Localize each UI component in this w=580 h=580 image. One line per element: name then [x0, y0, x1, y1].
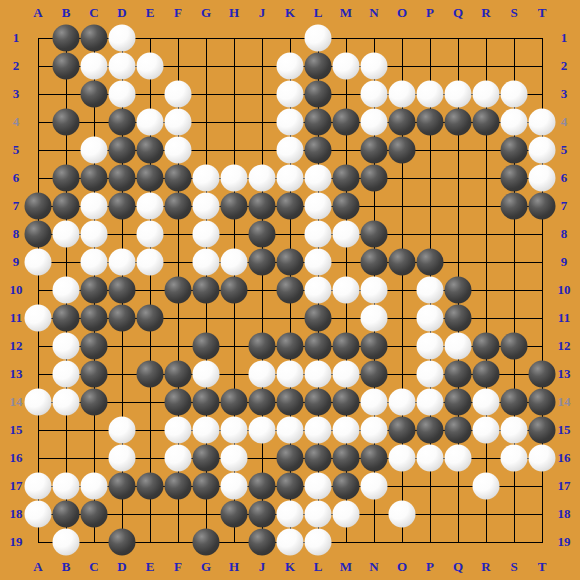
- white-stone-A17[interactable]: [25, 473, 52, 500]
- black-stone-B2[interactable]: [53, 53, 80, 80]
- black-stone-C14[interactable]: [81, 389, 108, 416]
- black-stone-J14[interactable]: [249, 389, 276, 416]
- white-stone-N10[interactable]: [361, 277, 388, 304]
- black-stone-K9[interactable]: [277, 249, 304, 276]
- white-stone-C2[interactable]: [81, 53, 108, 80]
- coordinate-label: P: [416, 6, 444, 20]
- white-stone-E7[interactable]: [137, 193, 164, 220]
- coordinate-label: 2: [2, 59, 30, 73]
- black-stone-O9[interactable]: [389, 249, 416, 276]
- coordinate-label: 12: [2, 339, 30, 353]
- white-stone-J13[interactable]: [249, 361, 276, 388]
- black-stone-C6[interactable]: [81, 165, 108, 192]
- white-stone-Q3[interactable]: [445, 81, 472, 108]
- white-stone-N17[interactable]: [361, 473, 388, 500]
- black-stone-L2[interactable]: [305, 53, 332, 80]
- black-stone-R12[interactable]: [473, 333, 500, 360]
- coordinate-label: Q: [444, 6, 472, 20]
- coordinate-label: K: [276, 560, 304, 574]
- white-stone-G9[interactable]: [193, 249, 220, 276]
- white-stone-M18[interactable]: [333, 501, 360, 528]
- coordinate-label: M: [332, 560, 360, 574]
- white-stone-M13[interactable]: [333, 361, 360, 388]
- coordinate-label: 8: [550, 227, 578, 241]
- white-stone-T16[interactable]: [529, 445, 556, 472]
- black-stone-C10[interactable]: [81, 277, 108, 304]
- black-stone-E11[interactable]: [137, 305, 164, 332]
- coordinate-label: T: [528, 6, 556, 20]
- black-stone-T7[interactable]: [529, 193, 556, 220]
- coordinate-label: G: [192, 560, 220, 574]
- white-stone-S3[interactable]: [501, 81, 528, 108]
- black-stone-J18[interactable]: [249, 501, 276, 528]
- white-stone-P10[interactable]: [417, 277, 444, 304]
- black-stone-Q14[interactable]: [445, 389, 472, 416]
- black-stone-M16[interactable]: [333, 445, 360, 472]
- coordinate-label: S: [500, 6, 528, 20]
- black-stone-J8[interactable]: [249, 221, 276, 248]
- black-stone-F6[interactable]: [165, 165, 192, 192]
- coordinate-label: B: [52, 560, 80, 574]
- black-stone-G17[interactable]: [193, 473, 220, 500]
- coordinate-label: J: [248, 560, 276, 574]
- black-stone-A8[interactable]: [25, 221, 52, 248]
- coordinate-label: F: [164, 560, 192, 574]
- black-stone-P9[interactable]: [417, 249, 444, 276]
- black-stone-K16[interactable]: [277, 445, 304, 472]
- coordinate-label: D: [108, 560, 136, 574]
- coordinate-label: O: [388, 560, 416, 574]
- white-stone-J15[interactable]: [249, 417, 276, 444]
- black-stone-K17[interactable]: [277, 473, 304, 500]
- black-stone-Q15[interactable]: [445, 417, 472, 444]
- coordinate-label: K: [276, 6, 304, 20]
- coordinate-label: 12: [550, 339, 578, 353]
- black-stone-C1[interactable]: [81, 25, 108, 52]
- black-stone-M4[interactable]: [333, 109, 360, 136]
- black-stone-Q11[interactable]: [445, 305, 472, 332]
- coordinate-label: L: [304, 6, 332, 20]
- white-stone-B13[interactable]: [53, 361, 80, 388]
- black-stone-J7[interactable]: [249, 193, 276, 220]
- white-stone-M8[interactable]: [333, 221, 360, 248]
- white-stone-M10[interactable]: [333, 277, 360, 304]
- black-stone-D11[interactable]: [109, 305, 136, 332]
- white-stone-T5[interactable]: [529, 137, 556, 164]
- coordinate-label: D: [108, 6, 136, 20]
- black-stone-F13[interactable]: [165, 361, 192, 388]
- black-stone-G10[interactable]: [193, 277, 220, 304]
- coordinate-label: C: [80, 6, 108, 20]
- black-stone-T15[interactable]: [529, 417, 556, 444]
- coordinate-label: Q: [444, 560, 472, 574]
- black-stone-S14[interactable]: [501, 389, 528, 416]
- black-stone-F10[interactable]: [165, 277, 192, 304]
- black-stone-N12[interactable]: [361, 333, 388, 360]
- black-stone-A7[interactable]: [25, 193, 52, 220]
- white-stone-K3[interactable]: [277, 81, 304, 108]
- white-stone-M2[interactable]: [333, 53, 360, 80]
- black-stone-F7[interactable]: [165, 193, 192, 220]
- black-stone-J9[interactable]: [249, 249, 276, 276]
- white-stone-M15[interactable]: [333, 417, 360, 444]
- white-stone-R17[interactable]: [473, 473, 500, 500]
- black-stone-C3[interactable]: [81, 81, 108, 108]
- white-stone-G13[interactable]: [193, 361, 220, 388]
- coordinate-label: M: [332, 6, 360, 20]
- white-stone-K4[interactable]: [277, 109, 304, 136]
- white-stone-J6[interactable]: [249, 165, 276, 192]
- black-stone-E13[interactable]: [137, 361, 164, 388]
- coordinate-label: 3: [2, 87, 30, 101]
- white-stone-C9[interactable]: [81, 249, 108, 276]
- black-stone-K10[interactable]: [277, 277, 304, 304]
- white-stone-N11[interactable]: [361, 305, 388, 332]
- coordinate-label: R: [472, 6, 500, 20]
- black-stone-M6[interactable]: [333, 165, 360, 192]
- coordinate-label: 5: [2, 143, 30, 157]
- white-stone-N14[interactable]: [361, 389, 388, 416]
- white-stone-P14[interactable]: [417, 389, 444, 416]
- coordinate-label: 17: [550, 479, 578, 493]
- black-stone-S5[interactable]: [501, 137, 528, 164]
- black-stone-L4[interactable]: [305, 109, 332, 136]
- black-stone-G14[interactable]: [193, 389, 220, 416]
- black-stone-F14[interactable]: [165, 389, 192, 416]
- white-stone-P12[interactable]: [417, 333, 444, 360]
- black-stone-O4[interactable]: [389, 109, 416, 136]
- white-stone-K19[interactable]: [277, 529, 304, 556]
- black-stone-H7[interactable]: [221, 193, 248, 220]
- white-stone-E4[interactable]: [137, 109, 164, 136]
- black-stone-D19[interactable]: [109, 529, 136, 556]
- white-stone-H6[interactable]: [221, 165, 248, 192]
- white-stone-P11[interactable]: [417, 305, 444, 332]
- white-stone-D9[interactable]: [109, 249, 136, 276]
- coordinate-label: A: [24, 560, 52, 574]
- white-stone-C8[interactable]: [81, 221, 108, 248]
- coordinate-label: 10: [2, 283, 30, 297]
- black-stone-E6[interactable]: [137, 165, 164, 192]
- black-stone-M7[interactable]: [333, 193, 360, 220]
- white-stone-D3[interactable]: [109, 81, 136, 108]
- coordinate-label: 9: [550, 255, 578, 269]
- black-stone-O5[interactable]: [389, 137, 416, 164]
- white-stone-N4[interactable]: [361, 109, 388, 136]
- coordinate-label: 19: [2, 535, 30, 549]
- white-stone-L6[interactable]: [305, 165, 332, 192]
- white-stone-T4[interactable]: [529, 109, 556, 136]
- white-stone-D2[interactable]: [109, 53, 136, 80]
- black-stone-B6[interactable]: [53, 165, 80, 192]
- white-stone-B10[interactable]: [53, 277, 80, 304]
- black-stone-S6[interactable]: [501, 165, 528, 192]
- black-stone-C13[interactable]: [81, 361, 108, 388]
- white-stone-F5[interactable]: [165, 137, 192, 164]
- black-stone-L16[interactable]: [305, 445, 332, 472]
- coordinate-label: T: [528, 560, 556, 574]
- black-stone-H14[interactable]: [221, 389, 248, 416]
- black-stone-P4[interactable]: [417, 109, 444, 136]
- black-stone-J12[interactable]: [249, 333, 276, 360]
- white-stone-O18[interactable]: [389, 501, 416, 528]
- black-stone-S12[interactable]: [501, 333, 528, 360]
- black-stone-J17[interactable]: [249, 473, 276, 500]
- white-stone-L7[interactable]: [305, 193, 332, 220]
- white-stone-D16[interactable]: [109, 445, 136, 472]
- white-stone-C7[interactable]: [81, 193, 108, 220]
- white-stone-B12[interactable]: [53, 333, 80, 360]
- black-stone-E17[interactable]: [137, 473, 164, 500]
- black-stone-B18[interactable]: [53, 501, 80, 528]
- black-stone-E5[interactable]: [137, 137, 164, 164]
- white-stone-A9[interactable]: [25, 249, 52, 276]
- white-stone-Q12[interactable]: [445, 333, 472, 360]
- white-stone-S4[interactable]: [501, 109, 528, 136]
- white-stone-D15[interactable]: [109, 417, 136, 444]
- black-stone-C18[interactable]: [81, 501, 108, 528]
- black-stone-Q10[interactable]: [445, 277, 472, 304]
- black-stone-N9[interactable]: [361, 249, 388, 276]
- coordinate-label: 13: [2, 367, 30, 381]
- black-stone-M12[interactable]: [333, 333, 360, 360]
- coordinate-label: E: [136, 6, 164, 20]
- black-stone-N5[interactable]: [361, 137, 388, 164]
- white-stone-S15[interactable]: [501, 417, 528, 444]
- black-stone-Q4[interactable]: [445, 109, 472, 136]
- black-stone-G16[interactable]: [193, 445, 220, 472]
- white-stone-G6[interactable]: [193, 165, 220, 192]
- black-stone-K14[interactable]: [277, 389, 304, 416]
- black-stone-J19[interactable]: [249, 529, 276, 556]
- white-stone-K2[interactable]: [277, 53, 304, 80]
- black-stone-T14[interactable]: [529, 389, 556, 416]
- white-stone-N3[interactable]: [361, 81, 388, 108]
- coordinate-label: O: [388, 6, 416, 20]
- white-stone-A11[interactable]: [25, 305, 52, 332]
- white-stone-K13[interactable]: [277, 361, 304, 388]
- go-board[interactable]: ABCDEFGHJKLMNOPQRST ABCDEFGHJKLMNOPQRST …: [0, 0, 580, 580]
- white-stone-L18[interactable]: [305, 501, 332, 528]
- white-stone-E8[interactable]: [137, 221, 164, 248]
- white-stone-G7[interactable]: [193, 193, 220, 220]
- coordinate-label: F: [164, 6, 192, 20]
- black-stone-H18[interactable]: [221, 501, 248, 528]
- coordinate-label: N: [360, 560, 388, 574]
- white-stone-O16[interactable]: [389, 445, 416, 472]
- white-stone-L1[interactable]: [305, 25, 332, 52]
- white-stone-P13[interactable]: [417, 361, 444, 388]
- black-stone-H10[interactable]: [221, 277, 248, 304]
- white-stone-C17[interactable]: [81, 473, 108, 500]
- white-stone-R15[interactable]: [473, 417, 500, 444]
- black-stone-R13[interactable]: [473, 361, 500, 388]
- coordinate-label: 19: [550, 535, 578, 549]
- coordinate-label: E: [136, 560, 164, 574]
- white-stone-C5[interactable]: [81, 137, 108, 164]
- black-stone-G12[interactable]: [193, 333, 220, 360]
- white-stone-P16[interactable]: [417, 445, 444, 472]
- white-stone-L17[interactable]: [305, 473, 332, 500]
- black-stone-B1[interactable]: [53, 25, 80, 52]
- white-stone-L19[interactable]: [305, 529, 332, 556]
- black-stone-K7[interactable]: [277, 193, 304, 220]
- white-stone-F15[interactable]: [165, 417, 192, 444]
- white-stone-R14[interactable]: [473, 389, 500, 416]
- coordinate-label: 1: [2, 31, 30, 45]
- black-stone-N6[interactable]: [361, 165, 388, 192]
- black-stone-L11[interactable]: [305, 305, 332, 332]
- coordinate-label: N: [360, 6, 388, 20]
- coordinate-label: 3: [550, 87, 578, 101]
- black-stone-N8[interactable]: [361, 221, 388, 248]
- black-stone-B11[interactable]: [53, 305, 80, 332]
- coordinate-label: 10: [550, 283, 578, 297]
- white-stone-H17[interactable]: [221, 473, 248, 500]
- black-stone-D10[interactable]: [109, 277, 136, 304]
- black-stone-D4[interactable]: [109, 109, 136, 136]
- coordinate-label: C: [80, 560, 108, 574]
- black-stone-S7[interactable]: [501, 193, 528, 220]
- coordinate-label: 18: [550, 507, 578, 521]
- coordinate-label: R: [472, 560, 500, 574]
- white-stone-N2[interactable]: [361, 53, 388, 80]
- white-stone-F4[interactable]: [165, 109, 192, 136]
- white-stone-L8[interactable]: [305, 221, 332, 248]
- coordinate-label: J: [248, 6, 276, 20]
- coordinate-label: B: [52, 6, 80, 20]
- coordinate-label: P: [416, 560, 444, 574]
- black-stone-D5[interactable]: [109, 137, 136, 164]
- white-stone-L10[interactable]: [305, 277, 332, 304]
- white-stone-A18[interactable]: [25, 501, 52, 528]
- coordinate-label: A: [24, 6, 52, 20]
- black-stone-F17[interactable]: [165, 473, 192, 500]
- black-stone-N13[interactable]: [361, 361, 388, 388]
- white-stone-H9[interactable]: [221, 249, 248, 276]
- white-stone-Q16[interactable]: [445, 445, 472, 472]
- coordinate-label: 1: [550, 31, 578, 45]
- white-stone-O3[interactable]: [389, 81, 416, 108]
- coordinate-label: 15: [2, 423, 30, 437]
- white-stone-L13[interactable]: [305, 361, 332, 388]
- white-stone-F16[interactable]: [165, 445, 192, 472]
- black-stone-C12[interactable]: [81, 333, 108, 360]
- black-stone-O15[interactable]: [389, 417, 416, 444]
- coordinate-label: H: [220, 6, 248, 20]
- white-stone-O14[interactable]: [389, 389, 416, 416]
- white-stone-B19[interactable]: [53, 529, 80, 556]
- coordinate-label: S: [500, 560, 528, 574]
- white-stone-T6[interactable]: [529, 165, 556, 192]
- black-stone-M14[interactable]: [333, 389, 360, 416]
- black-stone-D7[interactable]: [109, 193, 136, 220]
- coordinate-label: 16: [2, 451, 30, 465]
- black-stone-L5[interactable]: [305, 137, 332, 164]
- white-stone-B17[interactable]: [53, 473, 80, 500]
- black-stone-D17[interactable]: [109, 473, 136, 500]
- black-stone-L3[interactable]: [305, 81, 332, 108]
- white-stone-D1[interactable]: [109, 25, 136, 52]
- white-stone-B8[interactable]: [53, 221, 80, 248]
- white-stone-P3[interactable]: [417, 81, 444, 108]
- black-stone-P15[interactable]: [417, 417, 444, 444]
- white-stone-R3[interactable]: [473, 81, 500, 108]
- black-stone-B4[interactable]: [53, 109, 80, 136]
- white-stone-H16[interactable]: [221, 445, 248, 472]
- black-stone-T13[interactable]: [529, 361, 556, 388]
- coordinate-label: G: [192, 6, 220, 20]
- white-stone-L9[interactable]: [305, 249, 332, 276]
- white-stone-A14[interactable]: [25, 389, 52, 416]
- coordinate-label: 6: [2, 171, 30, 185]
- white-stone-N15[interactable]: [361, 417, 388, 444]
- white-stone-K15[interactable]: [277, 417, 304, 444]
- white-stone-H15[interactable]: [221, 417, 248, 444]
- black-stone-C11[interactable]: [81, 305, 108, 332]
- white-stone-S16[interactable]: [501, 445, 528, 472]
- black-stone-N16[interactable]: [361, 445, 388, 472]
- white-stone-E9[interactable]: [137, 249, 164, 276]
- white-stone-E2[interactable]: [137, 53, 164, 80]
- black-stone-L14[interactable]: [305, 389, 332, 416]
- black-stone-B7[interactable]: [53, 193, 80, 220]
- white-stone-F3[interactable]: [165, 81, 192, 108]
- white-stone-B14[interactable]: [53, 389, 80, 416]
- white-stone-K6[interactable]: [277, 165, 304, 192]
- black-stone-L12[interactable]: [305, 333, 332, 360]
- white-stone-K5[interactable]: [277, 137, 304, 164]
- black-stone-D6[interactable]: [109, 165, 136, 192]
- white-stone-L15[interactable]: [305, 417, 332, 444]
- black-stone-Q13[interactable]: [445, 361, 472, 388]
- black-stone-G19[interactable]: [193, 529, 220, 556]
- white-stone-G15[interactable]: [193, 417, 220, 444]
- coordinate-label: 11: [550, 311, 578, 325]
- coordinate-label: 2: [550, 59, 578, 73]
- coordinate-label: H: [220, 560, 248, 574]
- white-stone-K18[interactable]: [277, 501, 304, 528]
- white-stone-G8[interactable]: [193, 221, 220, 248]
- black-stone-M17[interactable]: [333, 473, 360, 500]
- black-stone-K12[interactable]: [277, 333, 304, 360]
- coordinate-label: 4: [2, 115, 30, 129]
- coordinate-label: L: [304, 560, 332, 574]
- black-stone-R4[interactable]: [473, 109, 500, 136]
